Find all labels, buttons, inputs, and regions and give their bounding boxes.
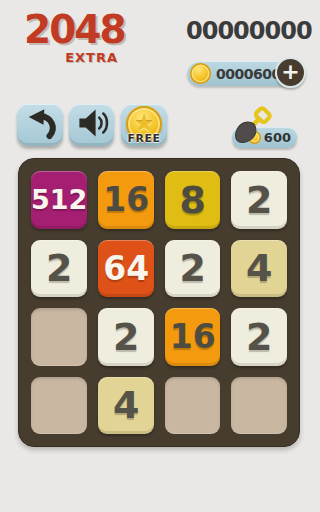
tile-r1c1: 64	[98, 240, 154, 298]
score-display: 00000000	[186, 17, 298, 45]
tile-r0c0: 512	[31, 171, 87, 229]
free-coins-button[interactable]: ★ FREE	[121, 104, 167, 146]
game-screen: 2048 EXTRA 00000000 0000600 + ★	[0, 0, 320, 512]
tile-r2c1: 2	[98, 308, 154, 366]
add-coins-button[interactable]: +	[275, 57, 306, 88]
logo-subtitle: EXTRA	[24, 50, 120, 65]
tile-r1c3: 4	[231, 240, 287, 298]
speaker-icon	[74, 105, 110, 145]
coin-amount: 0000600	[216, 66, 281, 82]
tile-r1c2: 2	[165, 240, 221, 298]
tile-r3c0	[31, 377, 87, 435]
game-board[interactable]: 512 16 8 2 2 64 2 4 2 16 2 4	[18, 158, 300, 447]
coin-icon	[190, 63, 211, 84]
undo-button[interactable]	[17, 104, 63, 146]
tile-r0c3: 2	[231, 171, 287, 229]
app-logo: 2048 EXTRA	[24, 10, 120, 65]
tile-r3c3	[231, 377, 287, 435]
tile-r3c1: 4	[98, 377, 154, 435]
tile-r2c0	[31, 308, 87, 366]
tile-r3c2	[165, 377, 221, 435]
shovel-icon[interactable]	[227, 103, 275, 151]
undo-arrow-icon	[21, 104, 59, 146]
plus-icon: +	[281, 61, 299, 83]
tile-r1c0: 2	[31, 240, 87, 298]
free-label: FREE	[121, 132, 167, 145]
logo-title: 2048	[24, 10, 120, 49]
tile-r2c2: 16	[165, 308, 221, 366]
tile-r2c3: 2	[231, 308, 287, 366]
sound-button[interactable]	[69, 104, 114, 146]
tile-r0c1: 16	[98, 171, 154, 229]
tile-r0c2: 8	[165, 171, 221, 229]
